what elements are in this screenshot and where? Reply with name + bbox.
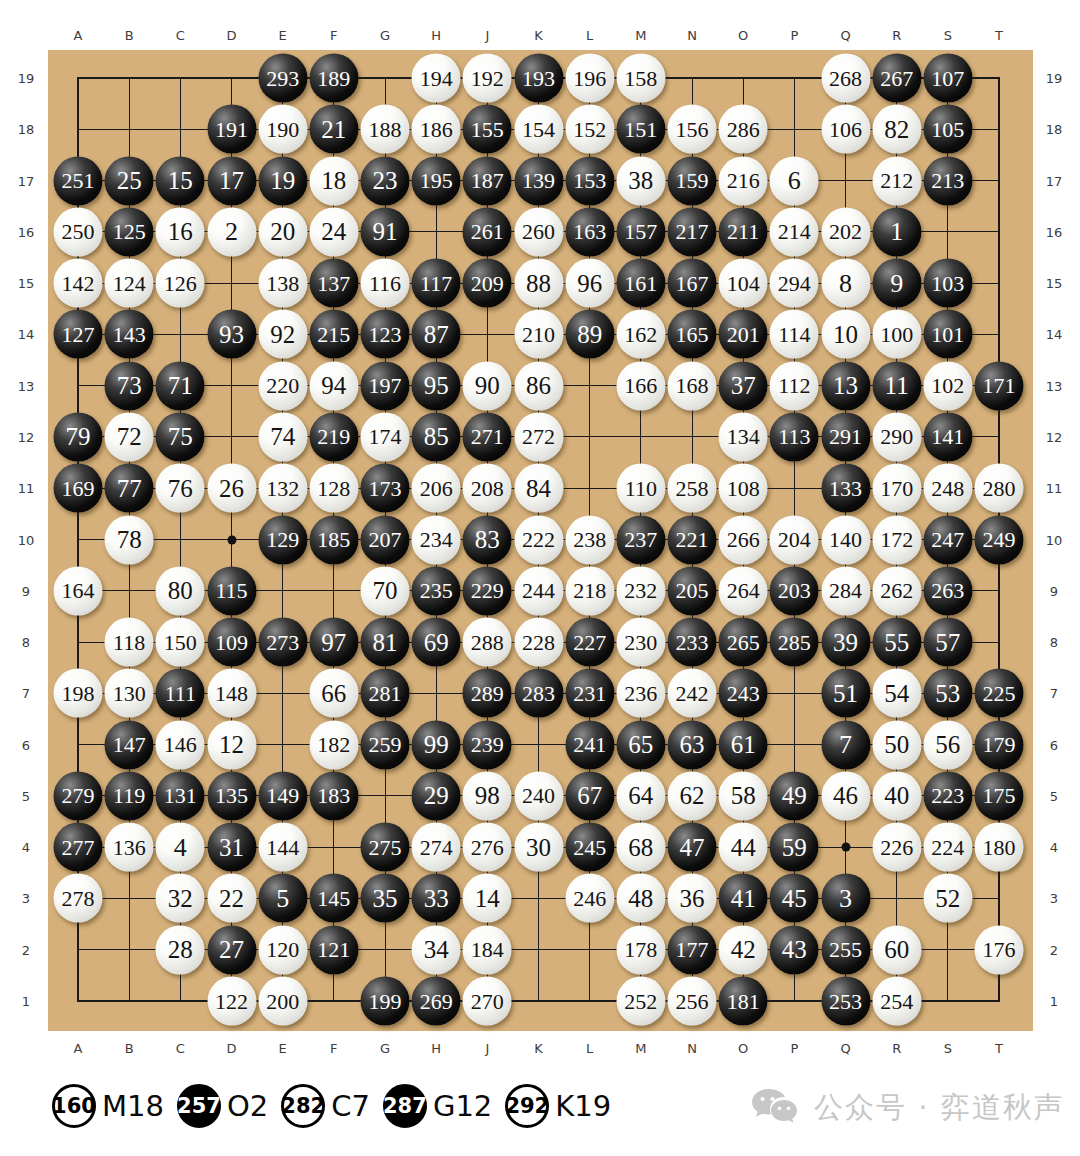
stone-R7: 54 [872,669,921,718]
stone-D14: 93 [207,310,256,359]
stone-C16: 16 [156,207,205,256]
stone-R16: 1 [872,207,921,256]
stone-Q16: 202 [821,207,870,256]
stone-O12: 134 [719,412,768,461]
stone-K14: 210 [514,310,563,359]
stone-E8: 273 [258,618,307,667]
stone-D1: 122 [207,977,256,1026]
caption-move: 257O2 [177,1084,268,1128]
coord-label: A [74,29,83,42]
stone-N7: 242 [668,669,717,718]
stone-D3: 22 [207,874,256,923]
stone-N8: 233 [668,618,717,667]
stone-G12: 174 [361,412,410,461]
coord-label: 5 [1050,789,1058,802]
stone-D16: 2 [207,207,256,256]
stone-E4: 144 [258,823,307,872]
stone-R10: 172 [872,515,921,564]
caption-white-stone: 292 [505,1084,549,1128]
stone-Q18: 106 [821,105,870,154]
stone-R2: 60 [872,925,921,974]
stone-B17: 25 [105,156,154,205]
stone-H14: 87 [412,310,461,359]
coord-label: 1 [22,995,30,1008]
stone-L6: 241 [565,720,614,769]
stone-C13: 71 [156,361,205,410]
stone-S14: 101 [923,310,972,359]
stone-J15: 209 [463,259,512,308]
stone-O16: 211 [719,207,768,256]
stone-B14: 143 [105,310,154,359]
stone-O14: 201 [719,310,768,359]
coord-label: D [226,1042,236,1055]
stone-L10: 238 [565,515,614,564]
coord-label: 2 [1050,943,1058,956]
stone-S7: 53 [923,669,972,718]
stone-L8: 227 [565,618,614,667]
stone-R4: 226 [872,823,921,872]
stone-B4: 136 [105,823,154,872]
stone-B10: 78 [105,515,154,564]
coord-label: 14 [1046,328,1063,341]
stone-R1: 254 [872,977,921,1026]
coord-label: M [635,1042,646,1055]
stone-O9: 264 [719,566,768,615]
stone-M1: 252 [616,977,665,1026]
stone-D2: 27 [207,925,256,974]
stone-R9: 262 [872,566,921,615]
coord-label: 18 [18,123,35,136]
stone-G4: 275 [361,823,410,872]
stone-L5: 67 [565,771,614,820]
stone-J3: 14 [463,874,512,923]
stone-N13: 168 [668,361,717,410]
coord-label: K [534,1042,543,1055]
stone-A11: 169 [54,464,103,513]
stone-K5: 240 [514,771,563,820]
coord-label: 4 [22,841,30,854]
page: 2931891941921931961582682671071911902118… [0,0,1080,1156]
stone-D17: 17 [207,156,256,205]
stone-R5: 40 [872,771,921,820]
stone-G7: 281 [361,669,410,718]
coord-label: F [330,1042,337,1055]
stone-O17: 216 [719,156,768,205]
stone-F19: 189 [309,54,358,103]
coord-label: 10 [1046,533,1063,546]
stone-A12: 79 [54,412,103,461]
stone-A14: 127 [54,310,103,359]
stone-J9: 229 [463,566,512,615]
stone-O7: 243 [719,669,768,718]
coord-label: K [534,29,543,42]
stone-M3: 48 [616,874,665,923]
stone-G1: 199 [361,977,410,1026]
stone-B7: 130 [105,669,154,718]
coord-label: G [380,29,390,42]
stone-G16: 91 [361,207,410,256]
stone-M6: 65 [616,720,665,769]
stone-P17: 6 [770,156,819,205]
caption-black-stone: 287 [383,1084,427,1128]
stone-A17: 251 [54,156,103,205]
stone-S18: 105 [923,105,972,154]
stone-N3: 36 [668,874,717,923]
caption-white-stone: 160 [52,1084,96,1128]
stone-H1: 269 [412,977,461,1026]
stone-O10: 266 [719,515,768,564]
stone-H8: 69 [412,618,461,667]
stone-F2: 121 [309,925,358,974]
stone-J11: 208 [463,464,512,513]
stone-G9: 70 [361,566,410,615]
stone-F15: 137 [309,259,358,308]
stone-C6: 146 [156,720,205,769]
stone-L15: 96 [565,259,614,308]
stone-O4: 44 [719,823,768,872]
stone-A16: 250 [54,207,103,256]
stone-M14: 162 [616,310,665,359]
stone-T7: 225 [975,669,1024,718]
caption-point-label: O2 [227,1089,268,1123]
stone-C17: 15 [156,156,205,205]
coord-label: E [279,1042,287,1055]
stone-K4: 30 [514,823,563,872]
stone-H3: 33 [412,874,461,923]
coord-label: 13 [18,379,35,392]
stone-C8: 150 [156,618,205,667]
coord-label: 2 [22,943,30,956]
stone-E14: 92 [258,310,307,359]
stone-A3: 278 [54,874,103,923]
coord-label: A [74,1042,83,1055]
stone-C4: 4 [156,823,205,872]
stone-N4: 47 [668,823,717,872]
stone-K15: 88 [514,259,563,308]
coord-label: 4 [1050,841,1058,854]
stone-F8: 97 [309,618,358,667]
stone-S13: 102 [923,361,972,410]
coord-label: Q [840,29,850,42]
stone-Q10: 140 [821,515,870,564]
coord-label: 9 [22,584,30,597]
stone-P8: 285 [770,618,819,667]
stone-D9: 115 [207,566,256,615]
stone-S9: 263 [923,566,972,615]
stone-F3: 145 [309,874,358,923]
stone-Q8: 39 [821,618,870,667]
stone-R6: 50 [872,720,921,769]
stone-F17: 18 [309,156,358,205]
stone-J16: 261 [463,207,512,256]
coord-label: 8 [1050,636,1058,649]
stone-T13: 171 [975,361,1024,410]
coord-label: D [226,29,236,42]
stone-N15: 167 [668,259,717,308]
stone-L7: 231 [565,669,614,718]
stone-F14: 215 [309,310,358,359]
stone-F5: 183 [309,771,358,820]
stone-G15: 116 [361,259,410,308]
stone-J1: 270 [463,977,512,1026]
coord-label: L [586,29,593,42]
coord-label: R [892,29,901,42]
coord-label: T [995,29,1003,42]
stone-L9: 218 [565,566,614,615]
stone-O13: 37 [719,361,768,410]
stone-O5: 58 [719,771,768,820]
stone-J7: 289 [463,669,512,718]
stone-R8: 55 [872,618,921,667]
stone-O3: 41 [719,874,768,923]
stone-M9: 232 [616,566,665,615]
stone-L3: 246 [565,874,614,923]
stone-D5: 135 [207,771,256,820]
stone-G11: 173 [361,464,410,513]
stone-D8: 109 [207,618,256,667]
stone-E17: 19 [258,156,307,205]
coord-label: M [635,29,646,42]
stone-N2: 177 [668,925,717,974]
stone-T5: 175 [975,771,1024,820]
caption-move: 287G12 [383,1084,492,1128]
stone-J18: 155 [463,105,512,154]
stone-Q9: 284 [821,566,870,615]
stone-J4: 276 [463,823,512,872]
stone-M18: 151 [616,105,665,154]
stone-M13: 166 [616,361,665,410]
coord-label: 12 [18,430,35,443]
coord-label: 17 [1046,174,1063,187]
stone-R11: 170 [872,464,921,513]
stone-L16: 163 [565,207,614,256]
stone-T4: 180 [975,823,1024,872]
coord-label: S [944,29,952,42]
stone-M7: 236 [616,669,665,718]
stone-K18: 154 [514,105,563,154]
watermark: 公众号 · 弈道秋声 [750,1086,1065,1130]
coord-label: N [687,29,697,42]
stone-K7: 283 [514,669,563,718]
stone-H19: 194 [412,54,461,103]
stone-N18: 156 [668,105,717,154]
coord-label: 19 [18,72,35,85]
stone-O11: 108 [719,464,768,513]
stone-Q11: 133 [821,464,870,513]
stone-T10: 249 [975,515,1024,564]
stone-P10: 204 [770,515,819,564]
stone-K9: 244 [514,566,563,615]
coord-label: E [279,29,287,42]
stone-L19: 196 [565,54,614,103]
coord-label: 15 [18,277,35,290]
coord-label: B [125,1042,134,1055]
stone-S3: 52 [923,874,972,923]
coord-label: O [738,1042,748,1055]
caption-point-label: K19 [555,1089,611,1123]
stone-P15: 294 [770,259,819,308]
stone-D7: 148 [207,669,256,718]
stone-J17: 187 [463,156,512,205]
stone-R12: 290 [872,412,921,461]
stone-B6: 147 [105,720,154,769]
stone-M16: 157 [616,207,665,256]
coord-label: 16 [1046,225,1063,238]
stone-M4: 68 [616,823,665,872]
coord-label: 17 [18,174,35,187]
stone-Q19: 268 [821,54,870,103]
stone-P9: 203 [770,566,819,615]
coord-label: 8 [22,636,30,649]
stone-A15: 142 [54,259,103,308]
stone-L18: 152 [565,105,614,154]
stone-K17: 139 [514,156,563,205]
stone-E2: 120 [258,925,307,974]
coord-label: H [431,29,441,42]
stone-Q12: 291 [821,412,870,461]
coord-label: G [380,1042,390,1055]
caption-point-label: M18 [102,1089,164,1123]
stone-E1: 200 [258,977,307,1026]
stone-B12: 72 [105,412,154,461]
stone-E13: 220 [258,361,307,410]
stone-R15: 9 [872,259,921,308]
stone-K12: 272 [514,412,563,461]
stone-S11: 248 [923,464,972,513]
stone-S15: 103 [923,259,972,308]
coord-label: 14 [18,328,35,341]
stone-M11: 110 [616,464,665,513]
stone-Q15: 8 [821,259,870,308]
stone-A4: 277 [54,823,103,872]
stone-F16: 24 [309,207,358,256]
stone-S8: 57 [923,618,972,667]
coord-label: S [944,1042,952,1055]
stone-R18: 82 [872,105,921,154]
stone-L4: 245 [565,823,614,872]
stone-C15: 126 [156,259,205,308]
coord-label: T [995,1042,1003,1055]
stone-H12: 85 [412,412,461,461]
stone-R19: 267 [872,54,921,103]
coord-label: 12 [1046,430,1063,443]
stone-S5: 223 [923,771,972,820]
stone-B16: 125 [105,207,154,256]
stone-M19: 158 [616,54,665,103]
stone-C11: 76 [156,464,205,513]
stone-S12: 141 [923,412,972,461]
coord-label: 7 [1050,687,1058,700]
caption-moves: 160M18257O2282C7287G12292K19 [52,1080,611,1132]
stone-Q3: 3 [821,874,870,923]
coord-label: 19 [1046,72,1063,85]
stone-E12: 74 [258,412,307,461]
stone-S6: 56 [923,720,972,769]
stone-F6: 182 [309,720,358,769]
stone-O6: 61 [719,720,768,769]
watermark-text: 公众号 · 弈道秋声 [814,1088,1065,1128]
stone-Q14: 10 [821,310,870,359]
coord-label: J [485,29,489,42]
stone-P16: 214 [770,207,819,256]
wechat-icon [750,1087,802,1129]
stone-O15: 104 [719,259,768,308]
stone-A5: 279 [54,771,103,820]
stone-C3: 32 [156,874,205,923]
stone-H15: 117 [412,259,461,308]
stone-N14: 165 [668,310,717,359]
stone-E15: 138 [258,259,307,308]
stone-O2: 42 [719,925,768,974]
stone-R17: 212 [872,156,921,205]
stone-P4: 59 [770,823,819,872]
stone-B11: 77 [105,464,154,513]
stone-A9: 164 [54,566,103,615]
stone-H10: 234 [412,515,461,564]
stone-K16: 260 [514,207,563,256]
stone-Q5: 46 [821,771,870,820]
stone-B13: 73 [105,361,154,410]
stone-C2: 28 [156,925,205,974]
stone-H4: 274 [412,823,461,872]
stone-S17: 213 [923,156,972,205]
stone-M5: 64 [616,771,665,820]
stone-F18: 21 [309,105,358,154]
stone-A7: 198 [54,669,103,718]
stone-J12: 271 [463,412,512,461]
stone-E16: 20 [258,207,307,256]
stone-N10: 221 [668,515,717,564]
stone-N11: 258 [668,464,717,513]
stone-N5: 62 [668,771,717,820]
coord-label: 18 [1046,123,1063,136]
stone-O1: 181 [719,977,768,1026]
stone-H2: 34 [412,925,461,974]
stone-C7: 111 [156,669,205,718]
stone-G8: 81 [361,618,410,667]
coord-label: Q [840,1042,850,1055]
stone-E3: 5 [258,874,307,923]
star-point [227,535,236,544]
stone-H17: 195 [412,156,461,205]
stone-D18: 191 [207,105,256,154]
stone-R13: 11 [872,361,921,410]
stone-K11: 84 [514,464,563,513]
stone-G18: 188 [361,105,410,154]
caption-move: 282C7 [281,1084,370,1128]
stone-Q2: 255 [821,925,870,974]
stone-H18: 186 [412,105,461,154]
stone-C5: 131 [156,771,205,820]
stone-C9: 80 [156,566,205,615]
stone-N1: 256 [668,977,717,1026]
coord-label: C [176,1042,185,1055]
coord-label: O [738,29,748,42]
caption-point-label: C7 [331,1089,370,1123]
stone-F13: 94 [309,361,358,410]
coord-label: 13 [1046,379,1063,392]
stone-Q13: 13 [821,361,870,410]
caption-point-label: G12 [433,1089,492,1123]
stone-E11: 132 [258,464,307,513]
caption-move: 292K19 [505,1084,611,1128]
stone-T2: 176 [975,925,1024,974]
coord-label: 16 [18,225,35,238]
stone-F12: 219 [309,412,358,461]
stone-B5: 119 [105,771,154,820]
stone-L17: 153 [565,156,614,205]
stone-M2: 178 [616,925,665,974]
